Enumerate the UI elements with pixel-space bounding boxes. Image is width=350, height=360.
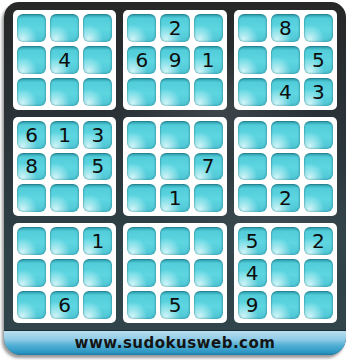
- cell-r7c4[interactable]: [127, 227, 156, 255]
- cell-r8c9[interactable]: [304, 259, 333, 287]
- cell-r6c1[interactable]: [17, 184, 46, 212]
- cell-r5c2[interactable]: [50, 153, 79, 181]
- website-url[interactable]: www.sudokusweb.com: [75, 334, 276, 352]
- cell-r5c9[interactable]: [304, 153, 333, 181]
- cell-r9c6[interactable]: [194, 291, 223, 319]
- cell-r8c4[interactable]: [127, 259, 156, 287]
- cell-r1c4[interactable]: [127, 14, 156, 42]
- box-2-3: 2: [234, 117, 337, 217]
- cell-r1c8[interactable]: 8: [271, 14, 300, 42]
- cell-r8c5[interactable]: [160, 259, 189, 287]
- footer-bar: www.sudokusweb.com: [4, 330, 346, 355]
- cell-r2c6[interactable]: 1: [194, 46, 223, 74]
- cell-r3c9[interactable]: 3: [304, 78, 333, 106]
- cell-r2c3[interactable]: [83, 46, 112, 74]
- cell-r8c6[interactable]: [194, 259, 223, 287]
- cell-r4c5[interactable]: [160, 121, 189, 149]
- box-3-1: 16: [13, 223, 116, 323]
- cell-r2c2[interactable]: 4: [50, 46, 79, 74]
- cell-r1c1[interactable]: [17, 14, 46, 42]
- cell-r3c5[interactable]: [160, 78, 189, 106]
- box-3-2: 5: [123, 223, 226, 323]
- cell-r9c4[interactable]: [127, 291, 156, 319]
- cell-r3c7[interactable]: [238, 78, 267, 106]
- cell-r5c4[interactable]: [127, 153, 156, 181]
- box-1-3: 8543: [234, 10, 337, 110]
- cell-r5c3[interactable]: 5: [83, 153, 112, 181]
- cell-r7c3[interactable]: 1: [83, 227, 112, 255]
- cell-r8c3[interactable]: [83, 259, 112, 287]
- cell-r3c6[interactable]: [194, 78, 223, 106]
- cell-r4c6[interactable]: [194, 121, 223, 149]
- cell-r6c8[interactable]: 2: [271, 184, 300, 212]
- box-1-1: 4: [13, 10, 116, 110]
- cell-r2c9[interactable]: 5: [304, 46, 333, 74]
- box-1-2: 2691: [123, 10, 226, 110]
- cell-r6c5[interactable]: 1: [160, 184, 189, 212]
- cell-r1c3[interactable]: [83, 14, 112, 42]
- cell-r1c6[interactable]: [194, 14, 223, 42]
- cell-r4c4[interactable]: [127, 121, 156, 149]
- cell-r6c2[interactable]: [50, 184, 79, 212]
- cell-r1c7[interactable]: [238, 14, 267, 42]
- cell-r3c8[interactable]: 4: [271, 78, 300, 106]
- cell-r7c9[interactable]: 2: [304, 227, 333, 255]
- box-3-3: 5249: [234, 223, 337, 323]
- cell-r1c2[interactable]: [50, 14, 79, 42]
- cell-r2c7[interactable]: [238, 46, 267, 74]
- cell-r3c3[interactable]: [83, 78, 112, 106]
- box-2-2: 71: [123, 117, 226, 217]
- cell-r2c8[interactable]: [271, 46, 300, 74]
- cell-r4c1[interactable]: 6: [17, 121, 46, 149]
- cell-r6c3[interactable]: [83, 184, 112, 212]
- cell-r4c3[interactable]: 3: [83, 121, 112, 149]
- cell-r9c9[interactable]: [304, 291, 333, 319]
- cell-r7c1[interactable]: [17, 227, 46, 255]
- cell-r5c1[interactable]: 8: [17, 153, 46, 181]
- cell-r9c1[interactable]: [17, 291, 46, 319]
- cell-r1c5[interactable]: 2: [160, 14, 189, 42]
- cell-r2c5[interactable]: 9: [160, 46, 189, 74]
- cell-r2c4[interactable]: 6: [127, 46, 156, 74]
- cell-r5c5[interactable]: [160, 153, 189, 181]
- cell-r2c1[interactable]: [17, 46, 46, 74]
- cell-r3c2[interactable]: [50, 78, 79, 106]
- cell-r7c6[interactable]: [194, 227, 223, 255]
- cell-r7c5[interactable]: [160, 227, 189, 255]
- cell-r3c1[interactable]: [17, 78, 46, 106]
- box-2-1: 61385: [13, 117, 116, 217]
- cell-r3c4[interactable]: [127, 78, 156, 106]
- cell-r9c7[interactable]: 9: [238, 291, 267, 319]
- cell-r4c2[interactable]: 1: [50, 121, 79, 149]
- cell-r4c9[interactable]: [304, 121, 333, 149]
- cell-r4c8[interactable]: [271, 121, 300, 149]
- cell-r6c9[interactable]: [304, 184, 333, 212]
- cell-r9c5[interactable]: 5: [160, 291, 189, 319]
- cell-r8c7[interactable]: 4: [238, 259, 267, 287]
- cell-r6c6[interactable]: [194, 184, 223, 212]
- cell-r5c8[interactable]: [271, 153, 300, 181]
- cell-r4c7[interactable]: [238, 121, 267, 149]
- cell-r6c4[interactable]: [127, 184, 156, 212]
- sudoku-board: 426918543613857121655249: [4, 2, 346, 330]
- cell-r7c7[interactable]: 5: [238, 227, 267, 255]
- cell-r8c2[interactable]: [50, 259, 79, 287]
- cell-r9c2[interactable]: 6: [50, 291, 79, 319]
- cell-r5c7[interactable]: [238, 153, 267, 181]
- cell-r8c1[interactable]: [17, 259, 46, 287]
- cell-r1c9[interactable]: [304, 14, 333, 42]
- cell-r7c8[interactable]: [271, 227, 300, 255]
- cell-r9c8[interactable]: [271, 291, 300, 319]
- cell-r5c6[interactable]: 7: [194, 153, 223, 181]
- cell-r8c8[interactable]: [271, 259, 300, 287]
- sudoku-panel: 426918543613857121655249 www.sudokusweb.…: [4, 2, 346, 355]
- cell-r6c7[interactable]: [238, 184, 267, 212]
- cell-r7c2[interactable]: [50, 227, 79, 255]
- cell-r9c3[interactable]: [83, 291, 112, 319]
